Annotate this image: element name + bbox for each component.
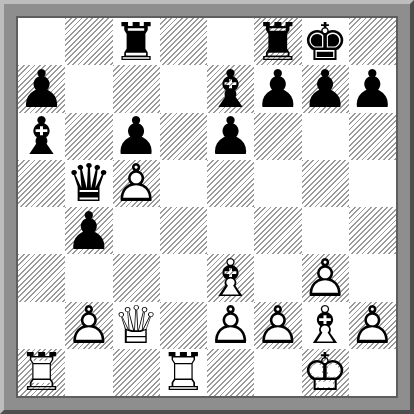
square-h5[interactable] (349, 160, 396, 207)
square-e2[interactable]: ♟♙ (207, 302, 254, 349)
piece-black-rook: ♜ (113, 18, 160, 65)
square-f6[interactable] (254, 113, 301, 160)
square-a4[interactable] (18, 207, 65, 254)
square-b2[interactable]: ♟♙ (65, 302, 112, 349)
square-g6[interactable] (302, 113, 349, 160)
square-c8[interactable]: ♜ (113, 18, 160, 65)
square-h2[interactable]: ♟♙ (349, 302, 396, 349)
square-e6[interactable]: ♟ (207, 113, 254, 160)
square-f2[interactable]: ♟♙ (254, 302, 301, 349)
square-g7[interactable]: ♟ (302, 65, 349, 112)
board-frame: ♜♜♚♟♝♟♟♟♝♟♟♛♟♙♟♝♗♟♙♟♙♛♕♟♙♟♙♝♗♟♙♜♖♜♖♚♔ (0, 0, 414, 414)
square-g1[interactable]: ♚♔ (302, 349, 349, 396)
square-b7[interactable] (65, 65, 112, 112)
square-d4[interactable] (160, 207, 207, 254)
square-b1[interactable] (65, 349, 112, 396)
piece-white-rook: ♜♖ (18, 349, 65, 396)
square-b5[interactable]: ♛ (65, 160, 112, 207)
square-c2[interactable]: ♛♕ (113, 302, 160, 349)
square-h7[interactable]: ♟ (349, 65, 396, 112)
piece-white-pawn: ♟♙ (349, 302, 396, 349)
square-f7[interactable]: ♟ (254, 65, 301, 112)
piece-black-pawn: ♟ (254, 65, 301, 112)
square-b4[interactable]: ♟ (65, 207, 112, 254)
square-b8[interactable] (65, 18, 112, 65)
square-c5[interactable]: ♟♙ (113, 160, 160, 207)
piece-white-pawn: ♟♙ (254, 302, 301, 349)
square-d7[interactable] (160, 65, 207, 112)
square-d1[interactable]: ♜♖ (160, 349, 207, 396)
square-g5[interactable] (302, 160, 349, 207)
square-a1[interactable]: ♜♖ (18, 349, 65, 396)
square-d3[interactable] (160, 254, 207, 301)
square-a3[interactable] (18, 254, 65, 301)
piece-white-pawn: ♟♙ (207, 302, 254, 349)
piece-black-pawn: ♟ (65, 207, 112, 254)
chess-board: ♜♜♚♟♝♟♟♟♝♟♟♛♟♙♟♝♗♟♙♟♙♛♕♟♙♟♙♝♗♟♙♜♖♜♖♚♔ (16, 16, 398, 398)
piece-white-pawn: ♟♙ (65, 302, 112, 349)
piece-black-pawn: ♟ (349, 65, 396, 112)
square-a5[interactable] (18, 160, 65, 207)
square-e1[interactable] (207, 349, 254, 396)
square-c1[interactable] (113, 349, 160, 396)
piece-white-rook: ♜♖ (160, 349, 207, 396)
piece-black-pawn: ♟ (302, 65, 349, 112)
piece-black-bishop: ♝ (18, 113, 65, 160)
square-c4[interactable] (113, 207, 160, 254)
square-f1[interactable] (254, 349, 301, 396)
square-h6[interactable] (349, 113, 396, 160)
square-h1[interactable] (349, 349, 396, 396)
piece-black-queen: ♛ (65, 160, 112, 207)
square-d5[interactable] (160, 160, 207, 207)
square-d8[interactable] (160, 18, 207, 65)
piece-white-pawn: ♟♙ (113, 160, 160, 207)
piece-white-king: ♚♔ (302, 349, 349, 396)
square-h4[interactable] (349, 207, 396, 254)
piece-white-queen: ♛♕ (113, 302, 160, 349)
square-f4[interactable] (254, 207, 301, 254)
square-d6[interactable] (160, 113, 207, 160)
square-e5[interactable] (207, 160, 254, 207)
piece-black-pawn: ♟ (207, 113, 254, 160)
square-a6[interactable]: ♝ (18, 113, 65, 160)
square-f5[interactable] (254, 160, 301, 207)
